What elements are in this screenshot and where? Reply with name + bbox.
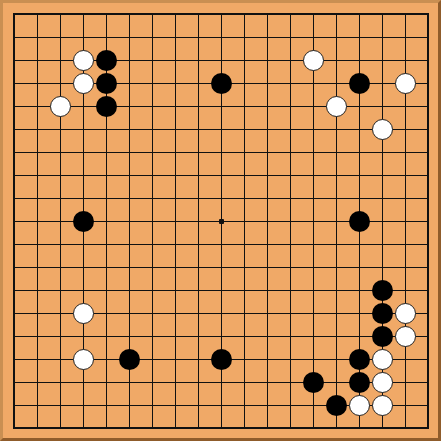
white-stone[interactable]: ○ (372, 349, 393, 370)
black-stone[interactable]: ● (303, 372, 324, 393)
black-stone[interactable]: ● (73, 211, 94, 232)
black-stone[interactable]: ● (119, 349, 140, 370)
grid-line-horizontal (14, 267, 429, 268)
white-stone[interactable]: ○ (349, 395, 370, 416)
black-stone[interactable]: ● (349, 211, 370, 232)
black-stone[interactable]: ● (211, 73, 232, 94)
grid-line-horizontal (14, 290, 429, 291)
black-stone[interactable]: ● (96, 50, 117, 71)
black-stone[interactable]: ● (349, 372, 370, 393)
white-stone[interactable]: ○ (73, 50, 94, 71)
grid-line-vertical (336, 14, 337, 429)
white-stone[interactable]: ○ (73, 303, 94, 324)
black-stone[interactable]: ● (349, 73, 370, 94)
grid-line-vertical (267, 14, 268, 429)
grid-line-vertical (244, 14, 245, 429)
black-stone[interactable]: ● (211, 349, 232, 370)
white-stone[interactable]: ○ (372, 119, 393, 140)
grid-line-vertical (290, 14, 291, 429)
black-stone[interactable]: ● (326, 395, 347, 416)
white-stone[interactable]: ○ (50, 96, 71, 117)
white-stone[interactable]: ○ (372, 372, 393, 393)
white-stone[interactable]: ○ (395, 326, 416, 347)
white-stone[interactable]: ○ (395, 303, 416, 324)
grid-line-horizontal (14, 336, 429, 337)
black-stone[interactable]: ● (372, 303, 393, 324)
go-board[interactable]: ○●○○●●●○○●○○●●●○●○●○○●●●○●●○●○○ (0, 0, 441, 441)
white-stone[interactable]: ○ (73, 73, 94, 94)
black-stone[interactable]: ● (349, 349, 370, 370)
white-stone[interactable]: ○ (326, 96, 347, 117)
black-stone[interactable]: ● (372, 326, 393, 347)
white-stone[interactable]: ○ (372, 395, 393, 416)
black-stone[interactable]: ● (372, 280, 393, 301)
black-stone[interactable]: ● (96, 96, 117, 117)
grid-line-vertical (313, 14, 314, 429)
black-stone[interactable]: ● (96, 73, 117, 94)
white-stone[interactable]: ○ (303, 50, 324, 71)
white-stone[interactable]: ○ (73, 349, 94, 370)
white-stone[interactable]: ○ (395, 73, 416, 94)
grid-line-horizontal (14, 244, 429, 245)
star-point (219, 219, 224, 224)
